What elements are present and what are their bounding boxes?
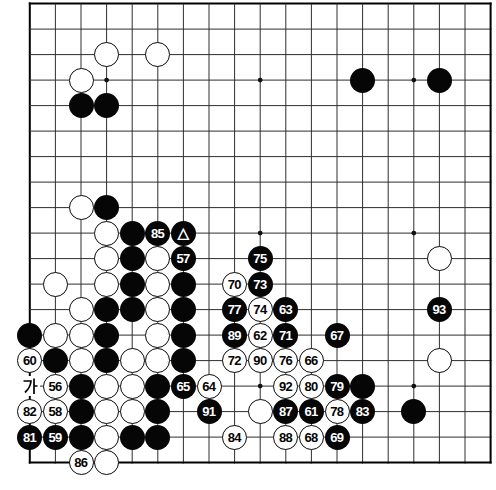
move-number: 74 bbox=[253, 303, 266, 316]
stone-white-move-84: 84 bbox=[222, 425, 247, 450]
move-number: 73 bbox=[253, 278, 266, 291]
hangul-ga-glyph bbox=[21, 377, 38, 395]
stone-black bbox=[69, 399, 94, 424]
stone-white-move-74: 74 bbox=[248, 297, 273, 322]
stone-black bbox=[350, 68, 375, 93]
move-number: 62 bbox=[253, 329, 266, 342]
stone-white-move-68: 68 bbox=[299, 425, 324, 450]
stone-black-move-81: 81 bbox=[17, 425, 42, 450]
stone-white bbox=[43, 323, 68, 348]
stone-black bbox=[94, 323, 119, 348]
move-number: 86 bbox=[74, 456, 87, 469]
stone-black bbox=[350, 374, 375, 399]
move-number: 59 bbox=[49, 431, 62, 444]
stone-white-move-58: 58 bbox=[43, 399, 68, 424]
star-point bbox=[258, 78, 263, 83]
stone-white bbox=[120, 399, 145, 424]
move-number: 89 bbox=[228, 329, 241, 342]
move-number: 81 bbox=[23, 431, 36, 444]
move-number: 82 bbox=[23, 405, 36, 418]
star-point bbox=[411, 384, 416, 389]
stone-black bbox=[171, 348, 196, 373]
move-number: 92 bbox=[279, 380, 292, 393]
stone-black bbox=[171, 323, 196, 348]
stone-black bbox=[120, 221, 145, 246]
stone-white-move-88: 88 bbox=[273, 425, 298, 450]
stone-white bbox=[69, 348, 94, 373]
stone-black-move-73: 73 bbox=[248, 272, 273, 297]
move-number: 85 bbox=[151, 227, 164, 240]
stone-white-move-56: 56 bbox=[43, 374, 68, 399]
stone-black-move-65: 65 bbox=[171, 374, 196, 399]
stone-black bbox=[69, 374, 94, 399]
stone-black-move-89: 89 bbox=[222, 323, 247, 348]
stone-white bbox=[94, 425, 119, 450]
stone-black-marked: △ bbox=[171, 221, 196, 246]
stone-white-move-66: 66 bbox=[299, 348, 324, 373]
move-number: 57 bbox=[177, 252, 190, 265]
go-board-diagram: △565758596061626364656667686970717273747… bbox=[0, 0, 496, 490]
move-number: 65 bbox=[177, 380, 190, 393]
move-number: 64 bbox=[202, 380, 215, 393]
stone-black-move-85: 85 bbox=[145, 221, 170, 246]
move-number: 78 bbox=[330, 405, 343, 418]
stone-black bbox=[120, 272, 145, 297]
star-point bbox=[104, 78, 109, 83]
stone-white-move-64: 64 bbox=[197, 374, 222, 399]
move-number: 66 bbox=[305, 354, 318, 367]
stone-white bbox=[120, 374, 145, 399]
move-number: 77 bbox=[228, 303, 241, 316]
stone-black bbox=[17, 323, 42, 348]
move-number: 84 bbox=[228, 431, 241, 444]
move-number: 71 bbox=[279, 329, 292, 342]
stone-white bbox=[69, 297, 94, 322]
stone-black-move-71: 71 bbox=[273, 323, 298, 348]
move-number: 68 bbox=[305, 431, 318, 444]
point-label-ga bbox=[20, 376, 40, 396]
stone-black bbox=[69, 93, 94, 118]
move-number: 72 bbox=[228, 354, 241, 367]
stone-black-move-91: 91 bbox=[197, 399, 222, 424]
stone-white bbox=[427, 246, 452, 271]
stone-white-move-62: 62 bbox=[248, 323, 273, 348]
stone-black-move-93: 93 bbox=[427, 297, 452, 322]
stone-white-move-78: 78 bbox=[325, 399, 350, 424]
stone-white bbox=[69, 68, 94, 93]
stone-black-move-59: 59 bbox=[43, 425, 68, 450]
stone-white bbox=[43, 272, 68, 297]
move-number: 67 bbox=[330, 329, 343, 342]
stone-white bbox=[69, 323, 94, 348]
stone-white bbox=[145, 323, 170, 348]
move-number: 60 bbox=[23, 354, 36, 367]
move-number: 76 bbox=[279, 354, 292, 367]
stone-black bbox=[43, 348, 68, 373]
stone-black bbox=[120, 297, 145, 322]
move-number: 58 bbox=[49, 405, 62, 418]
move-number: 83 bbox=[356, 405, 369, 418]
move-number: 80 bbox=[305, 380, 318, 393]
star-point bbox=[411, 231, 416, 236]
stone-black-move-67: 67 bbox=[325, 323, 350, 348]
stone-white bbox=[94, 221, 119, 246]
stone-black bbox=[427, 68, 452, 93]
stone-black bbox=[145, 425, 170, 450]
stone-white-move-70: 70 bbox=[222, 272, 247, 297]
stone-black bbox=[171, 297, 196, 322]
stone-white-move-80: 80 bbox=[299, 374, 324, 399]
stone-black bbox=[120, 425, 145, 450]
move-number: 91 bbox=[202, 405, 215, 418]
stone-white bbox=[94, 374, 119, 399]
star-point bbox=[258, 231, 263, 236]
move-number: 61 bbox=[305, 405, 318, 418]
move-number: 56 bbox=[49, 380, 62, 393]
stone-white bbox=[248, 399, 273, 424]
move-number: 93 bbox=[433, 303, 446, 316]
move-number: 88 bbox=[279, 431, 292, 444]
stone-black-move-69: 69 bbox=[325, 425, 350, 450]
stone-white bbox=[69, 195, 94, 220]
move-number: 87 bbox=[279, 405, 292, 418]
stone-white bbox=[94, 272, 119, 297]
stone-black bbox=[171, 272, 196, 297]
move-number: 79 bbox=[330, 380, 343, 393]
triangle-mark-icon: △ bbox=[178, 225, 190, 240]
stone-black bbox=[120, 246, 145, 271]
stone-white bbox=[427, 348, 452, 373]
stone-black-move-61: 61 bbox=[299, 399, 324, 424]
stone-black bbox=[69, 425, 94, 450]
move-number: 90 bbox=[253, 354, 266, 367]
stone-white-move-90: 90 bbox=[248, 348, 273, 373]
stone-white bbox=[145, 272, 170, 297]
stone-black-move-79: 79 bbox=[325, 374, 350, 399]
stone-black bbox=[145, 374, 170, 399]
star-point bbox=[411, 78, 416, 83]
move-number: 69 bbox=[330, 431, 343, 444]
stone-white-move-92: 92 bbox=[273, 374, 298, 399]
stone-black-move-75: 75 bbox=[248, 246, 273, 271]
move-number: 75 bbox=[253, 252, 266, 265]
stone-white-move-86: 86 bbox=[69, 450, 94, 475]
move-number: 70 bbox=[228, 278, 241, 291]
star-point bbox=[258, 384, 263, 389]
stone-white bbox=[120, 348, 145, 373]
stone-black-move-57: 57 bbox=[171, 246, 196, 271]
move-number: 63 bbox=[279, 303, 292, 316]
